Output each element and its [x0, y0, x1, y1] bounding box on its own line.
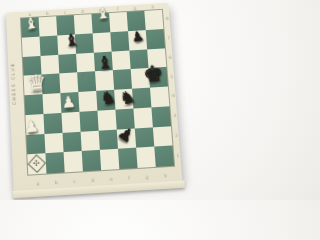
square-e7[interactable]	[93, 32, 112, 52]
square-g3[interactable]	[133, 107, 152, 128]
file-label: c	[64, 10, 67, 15]
rank-label: 1	[176, 153, 179, 158]
square-b2[interactable]	[44, 132, 63, 153]
square-f6[interactable]	[112, 50, 131, 70]
square-c6[interactable]	[58, 53, 77, 73]
file-label: g	[133, 6, 136, 11]
white-queen[interactable]: ♛	[25, 70, 47, 94]
vinyl-chess-mat: CHESS CLUB abcdefgh abcdefgh 87654321 ✣ …	[6, 3, 182, 191]
square-c3[interactable]	[61, 112, 80, 133]
square-d1[interactable]	[82, 150, 101, 171]
square-f8[interactable]	[109, 12, 128, 32]
black-pawn[interactable]: ♟	[130, 30, 144, 45]
square-a4[interactable]	[25, 94, 44, 115]
square-b1[interactable]	[45, 152, 64, 173]
diamond-club-logo-icon: ✣	[28, 154, 47, 173]
file-label: b	[46, 11, 49, 16]
square-h8[interactable]	[144, 10, 163, 30]
square-c5[interactable]	[59, 73, 78, 94]
file-label: h	[164, 173, 167, 178]
file-label: e	[110, 177, 113, 182]
square-h7[interactable]	[146, 29, 165, 49]
square-e1[interactable]	[100, 149, 119, 170]
square-b7[interactable]	[40, 35, 59, 55]
rank-label: 4	[172, 93, 175, 98]
rank-label: 5	[170, 74, 173, 79]
rank-label: 6	[169, 55, 172, 60]
square-f7[interactable]	[110, 31, 129, 51]
white-bishop[interactable]: ♝	[23, 16, 39, 33]
file-label: g	[145, 174, 148, 179]
white-bishop[interactable]: ♝	[95, 6, 110, 22]
square-c2[interactable]	[62, 131, 81, 152]
file-label: d	[91, 178, 94, 183]
square-a7[interactable]	[22, 36, 41, 56]
white-pawn[interactable]: ♟	[61, 95, 77, 112]
square-e2[interactable]	[99, 129, 118, 150]
black-bishop[interactable]: ♝	[64, 32, 81, 50]
rank-label: 2	[175, 133, 178, 138]
file-label: f	[128, 176, 130, 181]
rank-label: 3	[173, 113, 176, 118]
white-pawn[interactable]: ♟	[24, 118, 40, 136]
square-h2[interactable]	[153, 126, 173, 147]
square-d6[interactable]	[76, 52, 95, 72]
rank-label: 8	[166, 17, 169, 22]
file-label: a	[36, 181, 39, 186]
square-e3[interactable]	[97, 109, 116, 130]
file-label: h	[151, 5, 154, 10]
square-f1[interactable]	[118, 148, 138, 169]
file-labels-bottom: abcdefgh	[29, 173, 175, 187]
square-g1[interactable]	[136, 147, 156, 168]
file-label: b	[55, 180, 58, 185]
black-king[interactable]: ♚	[142, 61, 165, 86]
square-h1[interactable]	[154, 146, 174, 167]
black-knight[interactable]: ♞	[99, 89, 117, 108]
square-b8[interactable]	[39, 16, 58, 36]
file-label: f	[117, 7, 119, 12]
square-c1[interactable]	[64, 151, 83, 172]
square-d3[interactable]	[79, 110, 98, 131]
black-bishop[interactable]: ♝	[96, 53, 113, 72]
brand-text: CHESS CLUB	[10, 62, 17, 105]
file-label: d	[81, 9, 84, 14]
square-b3[interactable]	[43, 113, 62, 134]
rank-label: 7	[167, 36, 170, 41]
file-label: c	[73, 179, 76, 184]
square-h4[interactable]	[150, 87, 169, 108]
square-b4[interactable]	[42, 93, 61, 114]
square-h3[interactable]	[151, 106, 171, 127]
square-d5[interactable]	[77, 71, 96, 92]
square-d2[interactable]	[81, 130, 100, 151]
square-d4[interactable]	[78, 91, 97, 112]
square-a1[interactable]: ✣	[27, 153, 46, 174]
